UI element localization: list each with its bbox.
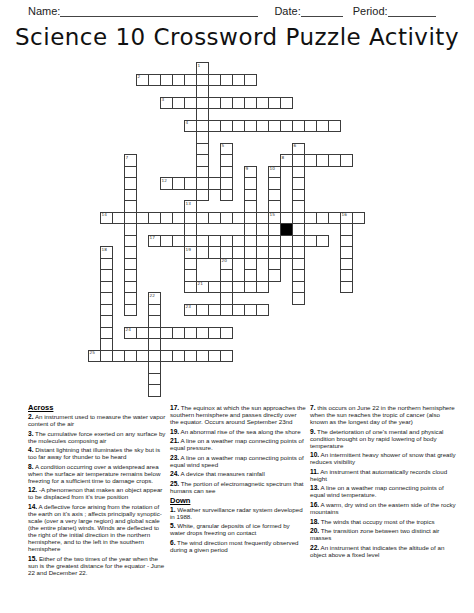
black-cell	[280, 223, 293, 236]
clue: 13. A line on a weather map connecting p…	[310, 484, 456, 498]
name-blank-line	[60, 4, 258, 17]
clue: 20. The transition zone between two dist…	[310, 527, 456, 541]
grid-cell[interactable]	[268, 269, 281, 282]
grid-cell[interactable]	[256, 212, 269, 225]
header-form-line: Name: Date: Period:	[28, 4, 448, 17]
grid-cell[interactable]	[352, 212, 365, 225]
grid-cell[interactable]	[244, 74, 257, 87]
cell-number: 24	[126, 327, 131, 332]
grid-cell[interactable]	[256, 246, 269, 259]
clue-number: 10.	[310, 451, 319, 458]
cell-number: 19	[186, 247, 191, 252]
date-label: Date:	[274, 5, 300, 17]
cell-number: 10	[270, 166, 275, 171]
clue-number: 25.	[170, 480, 179, 487]
clue-number: 24.	[170, 470, 179, 477]
grid-cell[interactable]	[184, 74, 197, 87]
across-heading: Across	[28, 404, 168, 411]
clue-number: 20.	[310, 527, 319, 534]
clue-column-middle: 17. The equinox at which the sun approac…	[170, 404, 306, 555]
grid-cell[interactable]	[340, 154, 353, 167]
clue: 2. An instrument used to measure the wat…	[28, 413, 168, 427]
clue-number: 19.	[170, 428, 179, 435]
clue-number: 23.	[170, 454, 179, 461]
clue: 10. An intermittent heavy shower of snow…	[310, 451, 456, 465]
grid-cell[interactable]: 25	[88, 350, 101, 363]
clue-number: 17.	[170, 404, 179, 411]
clue-number: 3.	[28, 430, 34, 437]
grid-cell[interactable]: 4	[184, 120, 197, 133]
grid-cell[interactable]	[172, 235, 185, 248]
grid-cell[interactable]	[316, 235, 329, 248]
cell-number: 6	[294, 143, 297, 148]
grid-cell[interactable]	[136, 327, 149, 340]
grid-cell[interactable]	[196, 189, 209, 202]
clue: 22. An instrument that indicates the alt…	[310, 544, 456, 558]
cell-number: 1	[198, 63, 201, 68]
clue: 12. -A phenomenon that makes an object a…	[28, 486, 168, 500]
name-label: Name:	[28, 5, 60, 17]
cell-number: 8	[282, 155, 285, 160]
cell-number: 18	[102, 247, 107, 252]
cell-number: 15	[270, 212, 275, 217]
cell-number: 9	[246, 166, 249, 171]
clue: 24. A device that measures rainfall	[170, 470, 306, 477]
down-heading: Down	[170, 497, 306, 504]
date-blank-line	[301, 4, 343, 17]
clue-number: 9.	[310, 428, 316, 435]
cell-number: 7	[126, 155, 129, 160]
crossword-grid: 123456789101512131914161718202122232425	[88, 62, 368, 398]
grid-cell[interactable]	[208, 177, 221, 190]
grid-cell[interactable]	[220, 350, 233, 363]
grid-cell[interactable]	[232, 281, 245, 294]
cell-number: 12	[162, 178, 167, 183]
grid-cell[interactable]	[280, 97, 293, 110]
clue: 17. The equinox at which the sun approac…	[170, 404, 306, 425]
grid-cell[interactable]	[232, 212, 245, 225]
grid-cell[interactable]	[184, 97, 197, 110]
grid-cell[interactable]	[340, 281, 353, 294]
cell-number: 5	[222, 143, 225, 148]
clue-number: 6.	[170, 539, 176, 546]
grid-cell[interactable]	[172, 212, 185, 225]
clue: 4. Distant lightning that illuminates th…	[28, 446, 168, 460]
grid-cell[interactable]	[112, 212, 125, 225]
cell-number: 2	[138, 74, 141, 79]
grid-cell[interactable]	[208, 281, 221, 294]
clue: 15. Either of the two times of the year …	[28, 555, 168, 576]
cell-number: 3	[162, 97, 165, 102]
grid-cell[interactable]	[232, 246, 245, 259]
clue-number: 22.	[310, 544, 319, 551]
clue: 19. An abnormal rise of the sea along th…	[170, 428, 306, 435]
clue: 16. A warm, dry wind on the eastern side…	[310, 501, 456, 515]
clue: 14. A deflective force arising from the …	[28, 503, 168, 552]
cell-number: 13	[186, 201, 191, 206]
clue-column-left: Across2. An instrument used to measure t…	[28, 404, 168, 578]
cell-number: 17	[150, 235, 155, 240]
grid-cell[interactable]	[220, 189, 233, 202]
clue-number: 7.	[310, 404, 316, 411]
cell-number: 4	[186, 120, 189, 125]
cell-number: 23	[186, 304, 191, 309]
worksheet-page: { "game": "crossword", "header": { "name…	[0, 0, 474, 613]
period-label: Period:	[353, 5, 388, 17]
grid-cell[interactable]	[292, 292, 305, 305]
grid-cell[interactable]	[184, 177, 197, 190]
clue: 21. A line on a weather map connecting p…	[170, 437, 306, 451]
cell-number: 20	[222, 258, 227, 263]
clue-number: 11.	[310, 468, 319, 475]
clue: 6. The wind direction most frequently ob…	[170, 539, 306, 553]
cell-number: 21	[198, 281, 203, 286]
clue: 5. White, granular deposits of ice forme…	[170, 522, 306, 536]
cell-number: 16	[342, 212, 347, 217]
clue-number: 18.	[310, 518, 319, 525]
grid-cell[interactable]	[280, 246, 293, 259]
clue-number: 8.	[28, 463, 34, 470]
clue: 23. A line on a weather map connecting p…	[170, 454, 306, 468]
cell-number: 25	[90, 350, 95, 355]
clue-number: 21.	[170, 437, 179, 444]
clue-number: 12.	[28, 486, 37, 493]
clue-column-right: 7. this occurs on June 22 in the norther…	[310, 404, 456, 560]
cell-number: 14	[102, 212, 107, 217]
clue: 9. The deterioration of one's mental and…	[310, 428, 456, 449]
clue: 3. The cumulative force exerted on any s…	[28, 430, 168, 444]
grid-cell[interactable]	[256, 281, 269, 294]
grid-cell[interactable]	[148, 384, 161, 397]
clue-number: 4.	[28, 446, 34, 453]
clue: 25. The portion of electromagnetic spect…	[170, 480, 306, 494]
cell-number: 22	[150, 293, 155, 298]
clue: 18. The winds that occupy most of the tr…	[310, 518, 456, 525]
clue-number: 5.	[170, 522, 176, 529]
clue-number: 15.	[28, 555, 37, 562]
clue-number: 16.	[310, 501, 319, 508]
grid-cell[interactable]	[136, 350, 149, 363]
grid-cell[interactable]: 8	[280, 154, 293, 167]
clue: 7. this occurs on June 22 in the norther…	[310, 404, 456, 425]
clue: 11. An instrument that automatically rec…	[310, 468, 456, 482]
grid-cell[interactable]	[328, 120, 341, 133]
period-blank-line	[388, 4, 436, 17]
clue-number: 13.	[310, 484, 319, 491]
clue: 8. A condition occurring over a widespre…	[28, 463, 168, 484]
clue-number: 14.	[28, 503, 37, 510]
grid-cell[interactable]	[256, 304, 269, 317]
clue: 1. Weather surveillance radar system dev…	[170, 506, 306, 520]
clue-number: 2.	[28, 413, 34, 420]
clue-number: 1.	[170, 506, 176, 513]
grid-cell[interactable]	[124, 304, 137, 317]
grid-cell[interactable]	[220, 327, 233, 340]
page-title: Science 10 Crossword Puzzle Activity	[0, 24, 474, 50]
grid-cell[interactable]	[208, 304, 221, 317]
